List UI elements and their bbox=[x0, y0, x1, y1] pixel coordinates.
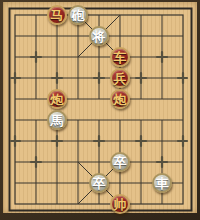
piece-glyph: 卒 bbox=[114, 155, 127, 168]
piece-red-cannon[interactable]: 炮 bbox=[47, 89, 67, 109]
piece-glyph: 兵 bbox=[114, 71, 127, 84]
piece-black-soldier[interactable]: 卒 bbox=[89, 173, 109, 193]
piece-glyph: 车 bbox=[114, 50, 127, 63]
piece-red-chariot[interactable]: 车 bbox=[110, 47, 130, 67]
piece-glyph: 炮 bbox=[51, 92, 64, 105]
piece-red-general[interactable]: 帅 bbox=[110, 194, 130, 214]
piece-glyph: 卒 bbox=[93, 176, 106, 189]
piece-black-soldier[interactable]: 卒 bbox=[110, 152, 130, 172]
xiangqi-app-window: 马砲将车兵炮炮馬卒卒車帅 bbox=[0, 0, 200, 220]
piece-glyph: 炮 bbox=[114, 92, 127, 105]
piece-layer: 马砲将车兵炮炮馬卒卒車帅 bbox=[5, 5, 194, 215]
piece-glyph: 馬 bbox=[51, 113, 64, 126]
piece-glyph: 将 bbox=[93, 29, 106, 42]
piece-glyph: 帅 bbox=[114, 197, 127, 210]
piece-glyph: 砲 bbox=[72, 8, 85, 21]
piece-red-soldier[interactable]: 兵 bbox=[110, 68, 130, 88]
piece-glyph: 車 bbox=[156, 176, 169, 189]
piece-black-chariot[interactable]: 車 bbox=[152, 173, 172, 193]
piece-red-horse[interactable]: 马 bbox=[47, 5, 67, 25]
piece-black-general[interactable]: 将 bbox=[89, 26, 109, 46]
piece-black-horse[interactable]: 馬 bbox=[47, 110, 67, 130]
piece-red-cannon[interactable]: 炮 bbox=[110, 89, 130, 109]
piece-black-cannon[interactable]: 砲 bbox=[68, 5, 88, 25]
piece-glyph: 马 bbox=[51, 8, 64, 21]
